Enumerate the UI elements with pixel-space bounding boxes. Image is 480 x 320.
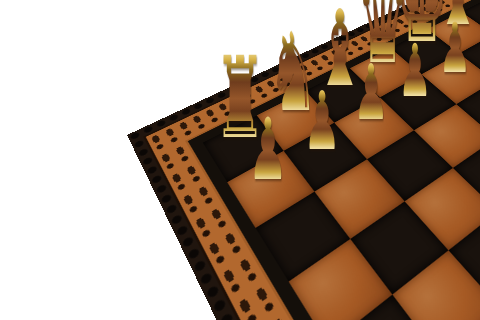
perspective-stage [0, 0, 480, 320]
palmette-ornament-band [143, 0, 480, 320]
black-inner-frame [185, 0, 480, 320]
chess-set-photo: ♜♞♝♛♚♝♞♜♟♟♟♟♟♟♟♟♟♟ [0, 0, 480, 320]
squares-grid [203, 0, 480, 320]
chess-board [127, 0, 480, 320]
